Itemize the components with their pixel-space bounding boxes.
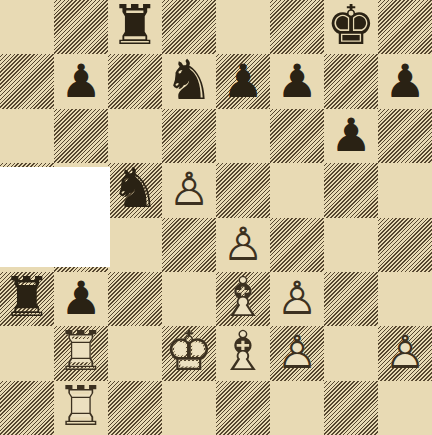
square-b1[interactable]: ♜♖ <box>54 381 108 435</box>
scan-blank-patch <box>0 167 110 267</box>
piece-white-pawn: ♟♙ <box>216 218 270 272</box>
square-h4[interactable] <box>378 218 432 272</box>
piece-white-rook: ♜♖ <box>54 326 108 380</box>
square-f8[interactable] <box>270 0 324 54</box>
square-a8[interactable] <box>0 0 54 54</box>
piece-white-bishop: ♝♗ <box>216 272 270 326</box>
piece-white-pawn: ♟♙ <box>270 326 324 380</box>
square-h7[interactable]: ♟ <box>378 54 432 108</box>
square-c3[interactable] <box>108 272 162 326</box>
piece-black-knight: ♞ <box>108 163 162 217</box>
piece-black-pawn: ♟ <box>378 54 432 108</box>
piece-white-king: ♚♔ <box>162 326 216 380</box>
square-f5[interactable] <box>270 163 324 217</box>
square-g8[interactable]: ♚ <box>324 0 378 54</box>
square-e4[interactable]: ♟♙ <box>216 218 270 272</box>
chess-diagram: ♜♚♟♞♟♟♟♟♞♟♙♟♙♜♟♝♗♟♙♜♖♚♔♝♗♟♙♟♙♜♖ <box>0 0 432 435</box>
square-f1[interactable] <box>270 381 324 435</box>
square-h2[interactable]: ♟♙ <box>378 326 432 380</box>
square-h5[interactable] <box>378 163 432 217</box>
piece-black-rook: ♜ <box>0 272 54 326</box>
piece-black-pawn: ♟ <box>54 54 108 108</box>
square-e5[interactable] <box>216 163 270 217</box>
piece-black-rook: ♜ <box>108 0 162 54</box>
square-a7[interactable] <box>0 54 54 108</box>
square-e1[interactable] <box>216 381 270 435</box>
square-e3[interactable]: ♝♗ <box>216 272 270 326</box>
square-b7[interactable]: ♟ <box>54 54 108 108</box>
square-b2[interactable]: ♜♖ <box>54 326 108 380</box>
square-c1[interactable] <box>108 381 162 435</box>
square-h6[interactable] <box>378 109 432 163</box>
square-g1[interactable] <box>324 381 378 435</box>
square-d6[interactable] <box>162 109 216 163</box>
square-e6[interactable] <box>216 109 270 163</box>
square-d7[interactable]: ♞ <box>162 54 216 108</box>
piece-black-pawn: ♟ <box>324 109 378 163</box>
square-d3[interactable] <box>162 272 216 326</box>
square-e7[interactable]: ♟ <box>216 54 270 108</box>
square-d2[interactable]: ♚♔ <box>162 326 216 380</box>
square-e8[interactable] <box>216 0 270 54</box>
square-f3[interactable]: ♟♙ <box>270 272 324 326</box>
piece-black-pawn: ♟ <box>270 54 324 108</box>
square-c4[interactable] <box>108 218 162 272</box>
square-g3[interactable] <box>324 272 378 326</box>
square-f2[interactable]: ♟♙ <box>270 326 324 380</box>
square-b6[interactable] <box>54 109 108 163</box>
piece-black-pawn: ♟ <box>216 54 270 108</box>
piece-black-king: ♚ <box>324 0 378 54</box>
square-g6[interactable]: ♟ <box>324 109 378 163</box>
square-b8[interactable] <box>54 0 108 54</box>
square-f7[interactable]: ♟ <box>270 54 324 108</box>
square-c6[interactable] <box>108 109 162 163</box>
square-e2[interactable]: ♝♗ <box>216 326 270 380</box>
square-f6[interactable] <box>270 109 324 163</box>
square-c7[interactable] <box>108 54 162 108</box>
square-d4[interactable] <box>162 218 216 272</box>
square-b3[interactable]: ♟ <box>54 272 108 326</box>
square-f4[interactable] <box>270 218 324 272</box>
square-g5[interactable] <box>324 163 378 217</box>
square-d1[interactable] <box>162 381 216 435</box>
square-a2[interactable] <box>0 326 54 380</box>
piece-white-bishop: ♝♗ <box>216 326 270 380</box>
piece-white-pawn: ♟♙ <box>162 163 216 217</box>
square-c5[interactable]: ♞ <box>108 163 162 217</box>
square-g7[interactable] <box>324 54 378 108</box>
piece-white-rook: ♜♖ <box>54 381 108 435</box>
square-a3[interactable]: ♜ <box>0 272 54 326</box>
square-c2[interactable] <box>108 326 162 380</box>
square-h3[interactable] <box>378 272 432 326</box>
piece-white-pawn: ♟♙ <box>270 272 324 326</box>
square-c8[interactable]: ♜ <box>108 0 162 54</box>
square-h8[interactable] <box>378 0 432 54</box>
square-a1[interactable] <box>0 381 54 435</box>
square-g2[interactable] <box>324 326 378 380</box>
square-g4[interactable] <box>324 218 378 272</box>
square-h1[interactable] <box>378 381 432 435</box>
piece-black-pawn: ♟ <box>54 272 108 326</box>
square-d8[interactable] <box>162 0 216 54</box>
piece-white-pawn: ♟♙ <box>378 326 432 380</box>
square-a6[interactable] <box>0 109 54 163</box>
piece-black-knight: ♞ <box>162 54 216 108</box>
square-d5[interactable]: ♟♙ <box>162 163 216 217</box>
